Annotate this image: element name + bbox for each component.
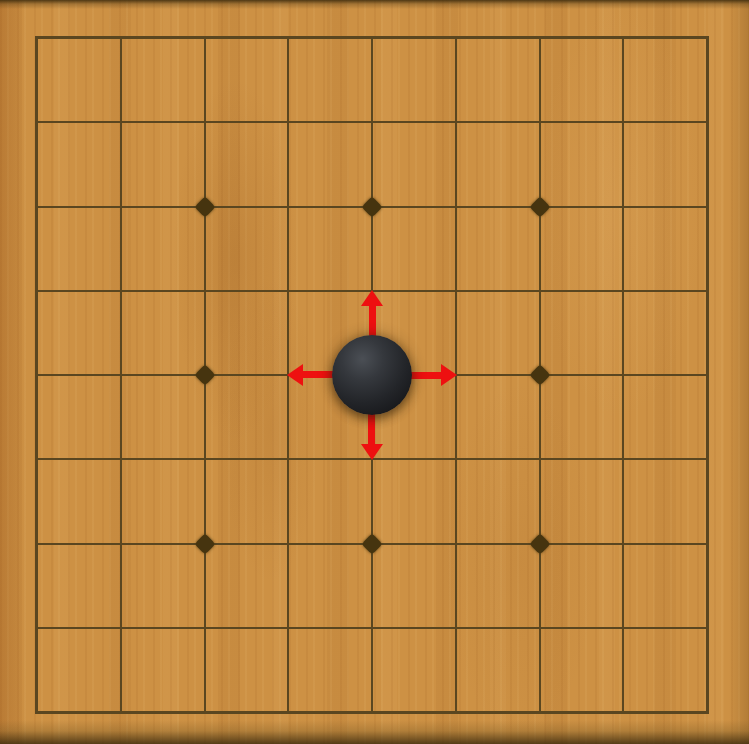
board-cell[interactable]: [37, 38, 121, 122]
board-cell[interactable]: [121, 459, 205, 543]
board-cell[interactable]: [623, 291, 707, 375]
board-cell[interactable]: [623, 122, 707, 206]
board-edge-bottom: [0, 720, 749, 744]
board-cell[interactable]: [540, 38, 624, 122]
board-cell[interactable]: [372, 459, 456, 543]
board-cell[interactable]: [456, 375, 540, 459]
board-cell[interactable]: [540, 122, 624, 206]
arrow-head-icon: [441, 364, 457, 386]
board-cell[interactable]: [37, 544, 121, 628]
board-cell[interactable]: [456, 544, 540, 628]
board-cell[interactable]: [37, 122, 121, 206]
board-cell[interactable]: [121, 375, 205, 459]
board-cell[interactable]: [121, 122, 205, 206]
board-cell[interactable]: [623, 459, 707, 543]
board-cell[interactable]: [121, 628, 205, 712]
board-cell[interactable]: [288, 459, 372, 543]
board-cell[interactable]: [456, 459, 540, 543]
arrow-head-icon: [361, 290, 383, 306]
board-edge-top: [0, 0, 749, 9]
board-cell[interactable]: [288, 207, 372, 291]
board-cell[interactable]: [456, 628, 540, 712]
board-cell[interactable]: [205, 628, 289, 712]
board-cell[interactable]: [456, 291, 540, 375]
board-cell[interactable]: [37, 375, 121, 459]
board-cell[interactable]: [121, 291, 205, 375]
board-cell[interactable]: [37, 628, 121, 712]
board-cell[interactable]: [205, 375, 289, 459]
board-cell[interactable]: [540, 628, 624, 712]
board-cell[interactable]: [121, 544, 205, 628]
board-cell[interactable]: [205, 459, 289, 543]
board-cell[interactable]: [205, 291, 289, 375]
board-cell[interactable]: [372, 38, 456, 122]
board-cell[interactable]: [623, 375, 707, 459]
board-grid[interactable]: [35, 36, 709, 714]
board-cell[interactable]: [121, 38, 205, 122]
board-cell[interactable]: [205, 38, 289, 122]
board-edge-right: [729, 0, 749, 744]
board-cell[interactable]: [540, 459, 624, 543]
board-cell[interactable]: [623, 544, 707, 628]
board-cell[interactable]: [623, 207, 707, 291]
go-board: [0, 0, 749, 744]
board-cell[interactable]: [540, 544, 624, 628]
board-cell[interactable]: [372, 628, 456, 712]
board-cell[interactable]: [37, 291, 121, 375]
board-cell[interactable]: [205, 207, 289, 291]
board-cell[interactable]: [623, 628, 707, 712]
board-cell[interactable]: [372, 544, 456, 628]
board-cell[interactable]: [205, 122, 289, 206]
board-cell[interactable]: [456, 38, 540, 122]
arrow-head-icon: [287, 364, 303, 386]
board-cell[interactable]: [540, 291, 624, 375]
board-cell[interactable]: [540, 207, 624, 291]
board-cell[interactable]: [623, 38, 707, 122]
board-cell[interactable]: [456, 207, 540, 291]
board-cell[interactable]: [121, 207, 205, 291]
board-cell[interactable]: [456, 122, 540, 206]
board-cell[interactable]: [372, 122, 456, 206]
board-cell[interactable]: [205, 544, 289, 628]
board-cell[interactable]: [288, 544, 372, 628]
board-cell[interactable]: [288, 122, 372, 206]
board-edge-left: [0, 0, 26, 744]
board-cell[interactable]: [288, 628, 372, 712]
board-cell[interactable]: [288, 38, 372, 122]
board-cell[interactable]: [37, 207, 121, 291]
board-cell[interactable]: [37, 459, 121, 543]
arrow-head-icon: [361, 444, 383, 460]
board-cell[interactable]: [372, 207, 456, 291]
black-stone-E5[interactable]: [332, 335, 412, 415]
board-cell[interactable]: [540, 375, 624, 459]
